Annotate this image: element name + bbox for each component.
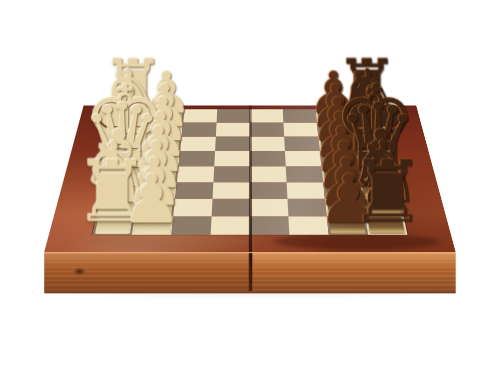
black-rook: ♜ bbox=[349, 149, 425, 234]
square-h4 bbox=[217, 109, 250, 122]
square-g5 bbox=[250, 123, 284, 137]
square-a4 bbox=[211, 216, 250, 234]
folding-chess-box-lid: ♜♟♟♜♞♟♟♞♝♟♟♝♛♟♟♛♚♟♟♚♝♟♟♝♞♟♟♞♜♟♟♜ bbox=[44, 106, 456, 252]
chess-set-scene: ♜♟♟♜♞♟♟♞♝♟♟♝♛♟♟♛♚♟♟♚♝♟♟♝♞♟♟♞♜♟♟♜ bbox=[0, 0, 500, 375]
square-a2: ♟ bbox=[132, 216, 173, 234]
square-c4 bbox=[213, 182, 250, 199]
square-h5 bbox=[250, 109, 283, 122]
wood-knot bbox=[73, 268, 85, 276]
white-pawn: ♟ bbox=[121, 166, 182, 234]
square-a5 bbox=[250, 216, 289, 234]
square-a8: ♜ bbox=[365, 216, 407, 234]
box-front-face bbox=[44, 252, 456, 293]
square-f5 bbox=[250, 136, 285, 151]
square-f4 bbox=[215, 136, 250, 151]
square-g4 bbox=[216, 123, 250, 137]
square-d5 bbox=[250, 166, 287, 182]
square-d4 bbox=[213, 166, 250, 182]
fold-seam-front bbox=[248, 253, 251, 291]
chess-set-product-photo: ♜♟♟♜♞♟♟♞♝♟♟♝♛♟♟♛♚♟♟♚♝♟♟♝♞♟♟♞♜♟♟♜ bbox=[0, 0, 500, 375]
square-c5 bbox=[250, 182, 287, 199]
